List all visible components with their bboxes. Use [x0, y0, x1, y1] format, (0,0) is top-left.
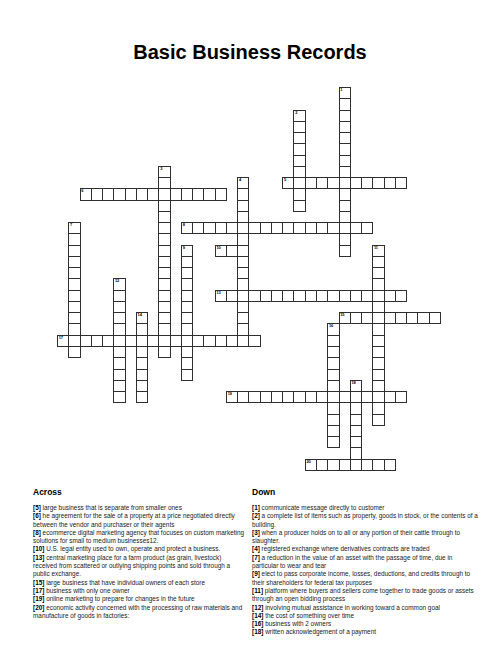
clue-across-19: [19] online marketing to prepare for cha…	[33, 595, 245, 603]
grid-cell[interactable]	[327, 436, 339, 448]
clue-down-14: [14] the cost of something over time	[252, 612, 478, 620]
grid-cell[interactable]	[102, 335, 114, 347]
clue-number: [10]	[33, 545, 44, 552]
down-heading: Down	[252, 487, 478, 497]
cell-number: 7	[70, 223, 72, 228]
clue-number: [16]	[252, 620, 263, 627]
clue-across-17: [17] business with only one owner	[33, 587, 245, 595]
cell-number: 14	[138, 313, 142, 318]
clue-number: [15]	[33, 579, 44, 586]
across-clues-section: Across [5] large business that is separa…	[33, 487, 245, 620]
grid-cell[interactable]	[429, 312, 441, 324]
page-title: Basic Business Records	[0, 41, 500, 64]
cell-number: 2	[295, 111, 297, 116]
grid-cell[interactable]	[395, 290, 407, 302]
grid-cell[interactable]	[339, 459, 351, 471]
clue-down-1: [1] communicate message directly to cust…	[252, 504, 478, 512]
grid-cell[interactable]	[293, 200, 305, 212]
grid-cell[interactable]	[226, 335, 238, 347]
clue-across-10: [10] U.S. legal entity used to own, oper…	[33, 545, 245, 553]
clue-down-9: [9] elect to pass corporate income, loss…	[252, 570, 478, 587]
grid-cell[interactable]	[327, 177, 339, 189]
across-clue-list: [5] large business that is separate from…	[33, 504, 245, 620]
clue-number: [20]	[33, 604, 44, 611]
clue-across-5: [5] large business that is separate from…	[33, 504, 245, 512]
cell-number: 5	[284, 178, 286, 183]
crossword-worksheet-page: { "game": "crossword", "title": "Basic B…	[0, 0, 500, 647]
cell-number: 9	[183, 246, 185, 251]
clue-number: [2]	[252, 512, 260, 519]
clue-down-16: [16] business with 2 owners	[252, 620, 478, 628]
crossword-grid: 1234567891011121314151617181920	[57, 87, 441, 471]
clue-number: [17]	[33, 587, 44, 594]
grid-cell[interactable]	[361, 391, 373, 403]
grid-cell[interactable]	[327, 222, 339, 234]
clue-down-12: [12] involving mutual assistance in work…	[252, 604, 478, 612]
grid-cell[interactable]	[226, 290, 238, 302]
grid-cell[interactable]	[339, 391, 351, 403]
clue-number: [6]	[33, 512, 41, 519]
cell-number: 3	[160, 167, 162, 172]
grid-cell[interactable]	[339, 245, 351, 257]
cell-number: 16	[329, 324, 333, 329]
cell-number: 18	[352, 381, 356, 386]
grid-cell[interactable]	[395, 391, 407, 403]
cell-number: 6	[81, 189, 83, 194]
clue-across-6: [6] he agreement for the sale of a prope…	[33, 512, 245, 529]
grid-cell[interactable]	[170, 335, 182, 347]
grid-cell[interactable]	[384, 459, 396, 471]
clue-number: [5]	[33, 504, 41, 511]
grid-cell[interactable]	[136, 391, 148, 403]
grid-cell[interactable]	[158, 346, 170, 358]
grid-cell[interactable]	[181, 369, 193, 381]
clue-down-2: [2] a complete list of items such as pro…	[252, 512, 478, 529]
clue-number: [14]	[252, 612, 263, 619]
clue-number: [4]	[252, 545, 260, 552]
down-clue-list: [1] communicate message directly to cust…	[252, 504, 478, 637]
clue-across-15: [15] large business that have individual…	[33, 579, 245, 587]
cell-number: 8	[183, 223, 185, 228]
grid-cell[interactable]	[248, 335, 260, 347]
clue-number: [9]	[252, 570, 260, 577]
grid-cell[interactable]	[361, 222, 373, 234]
cell-number: 11	[374, 246, 378, 251]
grid-cell[interactable]	[215, 188, 227, 200]
cell-number: 15	[340, 313, 344, 318]
grid-cell[interactable]	[361, 312, 373, 324]
grid-cell[interactable]	[125, 335, 137, 347]
clue-down-4: [4] registered exchange where derivative…	[252, 545, 478, 553]
grid-cell[interactable]	[226, 245, 238, 257]
grid-cell[interactable]	[395, 177, 407, 189]
across-heading: Across	[33, 487, 245, 497]
clue-across-8: [8] ecommerce digital marketing agency t…	[33, 529, 245, 546]
clue-number: [1]	[252, 504, 260, 511]
grid-cell[interactable]	[372, 414, 384, 426]
cell-number: 1	[340, 88, 342, 93]
grid-cell[interactable]	[147, 335, 159, 347]
clue-number: [8]	[33, 529, 41, 536]
grid-cell[interactable]	[68, 346, 80, 358]
grid-cell[interactable]	[316, 391, 328, 403]
clue-number: [13]	[33, 554, 44, 561]
clue-number: [3]	[252, 529, 260, 536]
grid-cell[interactable]: 5	[282, 177, 294, 189]
down-clues-section: Down [1] communicate message directly to…	[252, 487, 478, 637]
clue-number: [12]	[252, 604, 263, 611]
grid-cell[interactable]: 17	[57, 335, 69, 347]
grid-cell[interactable]	[361, 290, 373, 302]
clue-number: [7]	[252, 554, 260, 561]
cell-number: 20	[307, 460, 311, 465]
cell-number: 19	[228, 392, 232, 397]
cell-number: 17	[59, 336, 63, 341]
cell-number: 4	[239, 178, 241, 183]
clue-across-20: [20] economic activity concerned with th…	[33, 604, 245, 621]
clue-down-7: [7] a reduction in the value of an asset…	[252, 554, 478, 571]
clue-number: [18]	[252, 628, 263, 635]
clue-across-13: [13] central marketing place for a farm …	[33, 554, 245, 579]
cell-number: 13	[216, 291, 220, 296]
clue-down-3: [3] when a producer holds on to all or a…	[252, 529, 478, 546]
grid-cell[interactable]	[147, 188, 159, 200]
clue-down-18: [18] written acknowledgement of a paymen…	[252, 628, 478, 636]
grid-cell[interactable]	[226, 222, 238, 234]
clue-number: [19]	[33, 595, 44, 602]
cell-number: 12	[115, 279, 119, 284]
clue-number: [11]	[252, 587, 263, 594]
grid-cell[interactable]	[113, 391, 125, 403]
clue-down-11: [11] platform where buyers and sellers c…	[252, 587, 478, 604]
cell-number: 10	[216, 246, 220, 251]
